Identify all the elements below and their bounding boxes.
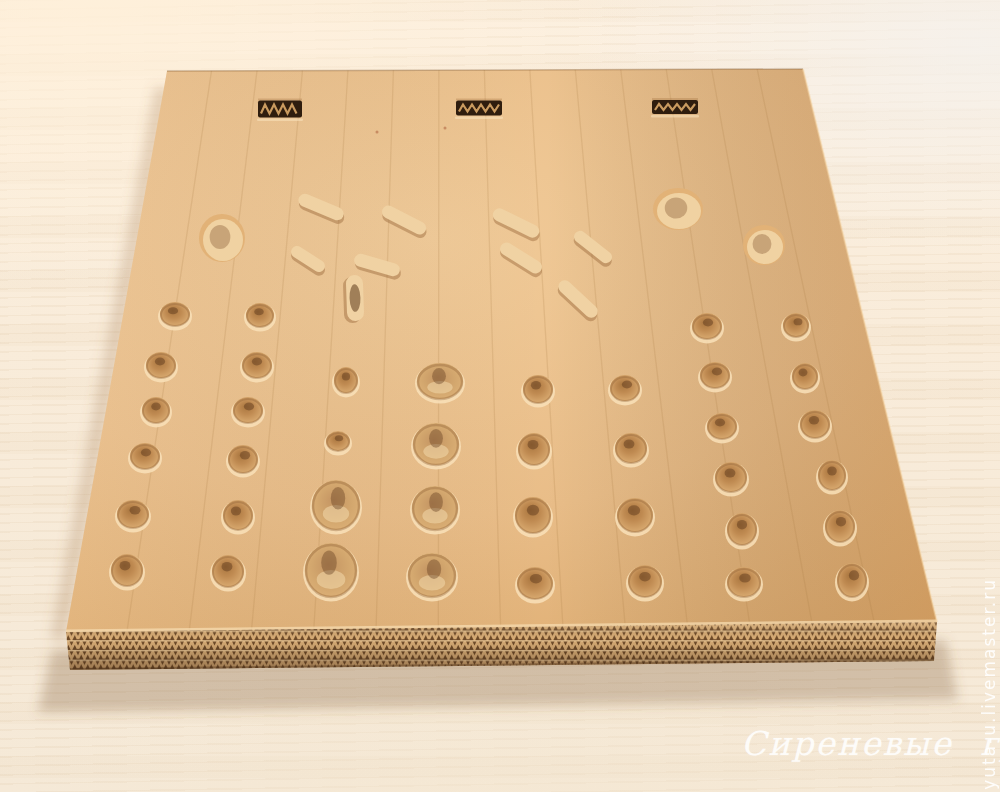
hole-fleck	[168, 307, 178, 314]
slot-top-shadow	[652, 98, 698, 100]
board-face-shading	[66, 69, 937, 632]
hole-fleck	[737, 520, 747, 530]
cardboard-speck	[444, 127, 447, 130]
hole-fleck	[836, 517, 846, 527]
board-face	[66, 69, 937, 632]
oval-dent-smudge	[753, 234, 772, 254]
hole-fleck	[429, 492, 443, 512]
hole-fleck	[427, 559, 441, 579]
star-ray-dent	[343, 275, 365, 324]
hole-fleck	[827, 466, 837, 475]
hole-fleck	[429, 429, 443, 448]
hole-fleck	[725, 468, 736, 477]
hole-fleck	[252, 358, 262, 366]
hole-fleck	[155, 358, 165, 366]
slot-top-shadow	[456, 99, 502, 101]
slot-bottom-highlight	[257, 119, 303, 122]
slot-top-shadow	[258, 99, 302, 101]
oval-dent-smudge	[210, 225, 231, 249]
hole-fleck	[528, 440, 539, 450]
oval-dent	[743, 225, 785, 265]
hole-fleck	[254, 308, 264, 315]
shop-watermark: Сиреневые грёзы	[741, 724, 1000, 763]
hole-fleck	[222, 562, 233, 572]
hole-fleck	[321, 551, 337, 575]
hole-fleck	[703, 319, 713, 327]
slot-bottom-highlight	[455, 117, 503, 120]
oval-dent	[653, 188, 703, 230]
hole-fleck	[849, 570, 859, 580]
hole-fleck	[628, 505, 640, 515]
hole-fleck	[794, 318, 803, 325]
hole-fleck	[120, 561, 131, 571]
hole-fleck	[622, 381, 632, 389]
hole-fleck	[799, 369, 808, 377]
hole-fleck	[809, 416, 819, 424]
oval-dent	[199, 214, 245, 262]
hole-fleck	[331, 487, 345, 510]
hole-fleck	[639, 572, 651, 582]
hole-fleck	[240, 451, 250, 459]
slot-bottom-highlight	[651, 115, 699, 118]
hole-fleck	[244, 403, 254, 411]
hole-fleck	[151, 403, 161, 411]
hole-fleck	[739, 573, 751, 582]
site-watermark: yuta-u.livemaster.ru	[979, 578, 999, 790]
hole-fleck	[624, 439, 635, 448]
hole-fleck	[712, 368, 722, 376]
hole-fleck	[342, 373, 350, 381]
cardboard-speck	[376, 131, 379, 134]
hole-fleck	[231, 506, 241, 515]
flute-crease-line	[438, 70, 439, 628]
hole-fleck	[715, 419, 725, 427]
photo-scene: Сиреневые грёзы yuta-u.livemaster.ru	[0, 0, 1000, 792]
hole-fleck	[527, 505, 539, 516]
hole-fleck	[141, 449, 151, 457]
hole-fleck	[335, 435, 343, 441]
hole-fleck	[432, 368, 446, 384]
hole-fleck	[531, 381, 541, 389]
hole-fleck	[530, 574, 542, 584]
oval-dent-smudge	[665, 198, 688, 219]
hole-fleck	[130, 506, 141, 514]
cardboard-board	[0, 0, 1000, 792]
